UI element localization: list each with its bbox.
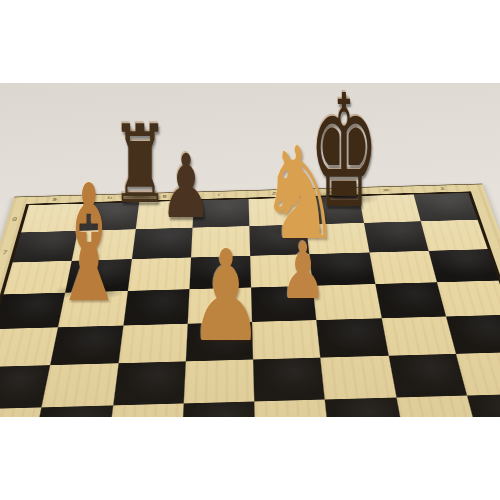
square-б3[interactable] xyxy=(42,363,118,407)
square-е6[interactable] xyxy=(310,252,375,285)
square-г2[interactable] xyxy=(181,401,255,417)
file-label: б xyxy=(107,196,113,201)
square-г5[interactable] xyxy=(187,287,252,323)
rank-label: 8 xyxy=(11,217,18,222)
square-з7[interactable] xyxy=(421,220,488,251)
square-в3[interactable] xyxy=(113,362,186,405)
square-д8[interactable] xyxy=(249,198,307,227)
square-з2[interactable] xyxy=(467,393,500,417)
file-label: з xyxy=(440,186,446,191)
square-в6[interactable] xyxy=(127,257,190,291)
square-а5[interactable] xyxy=(0,293,65,330)
square-г6[interactable] xyxy=(189,256,251,290)
square-ж5[interactable] xyxy=(375,282,446,318)
board-tilt-wrapper: абвгдежз 8765432 xyxy=(0,83,500,417)
file-label: в xyxy=(162,194,167,199)
square-в7[interactable] xyxy=(131,228,192,259)
square-г4[interactable] xyxy=(186,322,254,362)
square-ж4[interactable] xyxy=(381,317,456,356)
square-а4[interactable] xyxy=(0,327,58,367)
square-б2[interactable] xyxy=(32,405,112,417)
square-д7[interactable] xyxy=(249,225,309,256)
square-д2[interactable] xyxy=(254,399,330,417)
square-е4[interactable] xyxy=(317,318,389,357)
photo-area: абвгдежз 8765432 xyxy=(0,83,500,417)
square-з6[interactable] xyxy=(428,249,498,282)
square-в8[interactable] xyxy=(135,201,193,230)
square-ж3[interactable] xyxy=(388,354,466,397)
file-label: а xyxy=(52,197,58,202)
square-з4[interactable] xyxy=(446,315,500,354)
square-б8[interactable] xyxy=(78,202,139,231)
square-ж6[interactable] xyxy=(369,251,437,284)
square-в5[interactable] xyxy=(123,289,189,325)
rank-label: 7 xyxy=(1,250,8,255)
square-в4[interactable] xyxy=(118,324,187,364)
chess-board: абвгдежз 8765432 xyxy=(0,183,500,417)
square-г3[interactable] xyxy=(183,360,254,403)
square-д4[interactable] xyxy=(252,320,321,360)
square-е3[interactable] xyxy=(321,356,396,399)
square-ж8[interactable] xyxy=(358,194,420,223)
square-а6[interactable] xyxy=(4,261,72,295)
square-ж7[interactable] xyxy=(363,221,428,252)
square-б6[interactable] xyxy=(65,259,131,293)
square-а7[interactable] xyxy=(13,231,78,262)
square-е2[interactable] xyxy=(325,397,404,417)
square-з8[interactable] xyxy=(413,193,477,221)
square-а8[interactable] xyxy=(21,204,84,233)
square-е5[interactable] xyxy=(313,284,381,320)
file-label: д xyxy=(272,191,278,196)
chess-photo-canvas: абвгдежз 8765432 xyxy=(0,0,500,500)
square-б7[interactable] xyxy=(72,229,135,260)
file-label: г xyxy=(217,193,221,198)
square-а2[interactable] xyxy=(0,407,42,417)
square-е8[interactable] xyxy=(304,196,364,225)
file-label: ж xyxy=(382,188,390,193)
board-grid xyxy=(0,191,500,417)
square-б5[interactable] xyxy=(58,291,127,328)
square-д3[interactable] xyxy=(253,358,325,401)
square-д6[interactable] xyxy=(250,254,313,287)
square-б4[interactable] xyxy=(50,326,122,366)
square-в2[interactable] xyxy=(107,403,184,417)
square-ж2[interactable] xyxy=(396,395,479,417)
square-г8[interactable] xyxy=(192,199,249,228)
square-з5[interactable] xyxy=(437,280,500,316)
square-д5[interactable] xyxy=(251,286,317,322)
square-г7[interactable] xyxy=(191,226,250,257)
file-label: е xyxy=(327,190,333,195)
square-е7[interactable] xyxy=(306,223,368,254)
